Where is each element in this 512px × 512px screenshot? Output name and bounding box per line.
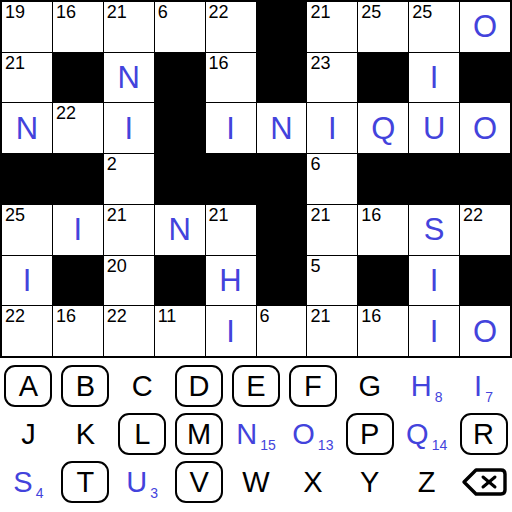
cell-solved-letter: I (430, 265, 439, 296)
cell-solved-letter: I (226, 316, 235, 347)
grid-cell-r2c3[interactable]: N (104, 53, 154, 103)
cell-code-number: 21 (310, 205, 330, 226)
cell-solved-letter: S (424, 214, 445, 245)
key-H[interactable]: H8 (406, 365, 448, 407)
key-Q[interactable]: Q14 (406, 413, 448, 455)
key-letter: C (132, 372, 153, 401)
grid-cell-r7c3[interactable]: 22 (104, 306, 154, 356)
cell-code-number: 22 (463, 205, 483, 226)
black-cell-r2c2 (53, 53, 103, 103)
cell-code-number: 21 (107, 205, 127, 226)
cell-code-number: 22 (107, 306, 127, 327)
black-cell-r4c9 (409, 154, 459, 204)
cell-solved-letter: U (423, 113, 445, 144)
key-M[interactable]: M (175, 413, 223, 455)
backspace-icon (460, 467, 508, 497)
letter-keyboard: ABCDEFGH8I7JKLMN15O13PQ14RS4TU3VWXYZ (0, 358, 512, 512)
key-N[interactable]: N15 (235, 413, 277, 455)
key-Z[interactable]: Z (406, 461, 448, 503)
grid-cell-r5c7[interactable]: 21 (307, 205, 357, 255)
grid-cell-r7c1[interactable]: 22 (2, 306, 52, 356)
cell-solved-letter: Q (371, 113, 395, 144)
grid-cell-r5c4[interactable]: N (155, 205, 205, 255)
black-cell-r6c10 (460, 256, 510, 306)
grid-cell-r7c7[interactable]: 21 (307, 306, 357, 356)
key-K[interactable]: K (64, 413, 106, 455)
key-L[interactable]: L (118, 413, 166, 455)
grid-cell-r7c4[interactable]: 11 (155, 306, 205, 356)
black-cell-r6c2 (53, 256, 103, 306)
cell-solved-letter: I (226, 113, 235, 144)
key-code-subscript: 4 (36, 486, 44, 500)
grid-cell-r5c2[interactable]: I (53, 205, 103, 255)
grid-cell-r1c2[interactable]: 16 (53, 2, 103, 52)
cell-code-number: 22 (209, 2, 229, 23)
cell-solved-letter: N (270, 113, 292, 144)
codeword-app: 191621622212525O21N1623IN22IINIQUO2625I2… (0, 0, 512, 512)
black-cell-r4c4 (155, 154, 205, 204)
grid-cell-r2c7[interactable]: 23 (307, 53, 357, 103)
black-cell-r4c5 (206, 154, 256, 204)
key-D[interactable]: D (175, 365, 223, 407)
key-R[interactable]: R (460, 413, 508, 455)
cell-solved-letter: I (328, 113, 337, 144)
key-letter: I (474, 372, 482, 401)
key-W[interactable]: W (235, 461, 277, 503)
black-cell-r3c4 (155, 103, 205, 153)
key-letter: A (19, 372, 38, 401)
key-letter: B (76, 372, 95, 401)
grid-cell-r2c9[interactable]: I (409, 53, 459, 103)
grid-cell-r6c3[interactable]: 20 (104, 256, 154, 306)
key-letter: U (126, 468, 147, 497)
key-A[interactable]: A (4, 365, 52, 407)
cell-code-number: 16 (56, 306, 76, 327)
key-O[interactable]: O13 (292, 413, 334, 455)
keyboard-row-2: JKLMN15O13PQ14R (0, 410, 512, 458)
grid-cell-r7c9[interactable]: I (409, 306, 459, 356)
cell-code-number: 21 (5, 53, 25, 74)
key-letter: Y (360, 468, 379, 497)
key-letter: X (303, 468, 322, 497)
grid-cell-r1c3[interactable]: 21 (104, 2, 154, 52)
key-X[interactable]: X (292, 461, 334, 503)
cell-code-number: 5 (310, 256, 320, 277)
cell-code-number: 21 (107, 2, 127, 23)
cell-solved-letter: H (219, 265, 241, 296)
cell-code-number: 6 (158, 2, 168, 23)
grid-cell-r1c9[interactable]: 25 (409, 2, 459, 52)
cell-solved-letter: O (473, 316, 497, 347)
key-code-subscript: 7 (485, 390, 493, 404)
grid-cell-r7c5[interactable]: I (206, 306, 256, 356)
key-E[interactable]: E (232, 365, 280, 407)
key-F[interactable]: F (289, 365, 337, 407)
grid-cell-r1c7[interactable]: 21 (307, 2, 357, 52)
key-letter: R (473, 420, 494, 449)
key-letter: P (360, 420, 379, 449)
key-Y[interactable]: Y (349, 461, 391, 503)
grid-cell-r5c3[interactable]: 21 (104, 205, 154, 255)
black-cell-r4c8 (358, 154, 408, 204)
cell-code-number: 21 (209, 205, 229, 226)
key-code-subscript: 8 (435, 390, 443, 404)
cell-code-number: 25 (361, 2, 381, 23)
grid-cell-r5c10[interactable]: 22 (460, 205, 510, 255)
grid-cell-r1c5[interactable]: 22 (206, 2, 256, 52)
grid-cell-r3c9[interactable]: U (409, 103, 459, 153)
grid-cell-r3c3[interactable]: I (104, 103, 154, 153)
puzzle-grid: 191621622212525O21N1623IN22IINIQUO2625I2… (0, 0, 512, 358)
key-code-subscript: 14 (432, 438, 448, 452)
grid-cell-r5c5[interactable]: 21 (206, 205, 256, 255)
grid-cell-r5c9[interactable]: S (409, 205, 459, 255)
grid-cell-r1c1[interactable]: 19 (2, 2, 52, 52)
key-code-subscript: 3 (150, 486, 158, 500)
grid-cell-r3c7[interactable]: I (307, 103, 357, 153)
grid-cell-r4c3[interactable]: 2 (104, 154, 154, 204)
key-letter: J (21, 420, 36, 449)
grid-cell-r5c1[interactable]: 25 (2, 205, 52, 255)
grid-cell-r7c2[interactable]: 16 (53, 306, 103, 356)
cell-code-number: 16 (209, 53, 229, 74)
cell-code-number: 25 (5, 205, 25, 226)
key-P[interactable]: P (346, 413, 394, 455)
key-I[interactable]: I7 (463, 365, 505, 407)
grid-cell-r3c5[interactable]: I (206, 103, 256, 153)
key-code-subscript: 13 (318, 438, 334, 452)
black-cell-r2c6 (257, 53, 307, 103)
black-cell-r2c8 (358, 53, 408, 103)
key-letter: L (134, 420, 150, 449)
keyboard-row-3: S4TU3VWXYZ (0, 458, 512, 506)
key-letter: Z (418, 468, 436, 497)
black-cell-r2c10 (460, 53, 510, 103)
grid-cell-r6c5[interactable]: H (206, 256, 256, 306)
grid-cell-r3c1[interactable]: N (2, 103, 52, 153)
cell-code-number: 16 (56, 2, 76, 23)
grid-cell-r4c7[interactable]: 6 (307, 154, 357, 204)
grid-cell-r1c4[interactable]: 6 (155, 2, 205, 52)
grid-cell-r1c10[interactable]: O (460, 2, 510, 52)
grid-cell-r3c8[interactable]: Q (358, 103, 408, 153)
backspace-key[interactable] (460, 461, 508, 503)
black-cell-r4c6 (257, 154, 307, 204)
grid-cell-r6c9[interactable]: I (409, 256, 459, 306)
black-cell-r4c2 (53, 154, 103, 204)
key-J[interactable]: J (7, 413, 49, 455)
black-cell-r6c6 (257, 256, 307, 306)
key-letter: G (358, 372, 381, 401)
grid-cell-r7c8[interactable]: 16 (358, 306, 408, 356)
keyboard-row-1: ABCDEFGH8I7 (0, 362, 512, 410)
cell-solved-letter: I (23, 265, 32, 296)
key-letter: N (236, 420, 257, 449)
cell-solved-letter: N (168, 214, 190, 245)
cell-code-number: 16 (361, 306, 381, 327)
grid-cell-r6c1[interactable]: I (2, 256, 52, 306)
cell-code-number: 22 (56, 103, 76, 124)
key-letter: M (187, 420, 211, 449)
key-S[interactable]: S4 (7, 461, 49, 503)
cell-code-number: 19 (5, 2, 25, 23)
black-cell-r4c10 (460, 154, 510, 204)
black-cell-r1c6 (257, 2, 307, 52)
key-G[interactable]: G (349, 365, 391, 407)
cell-code-number: 2 (107, 154, 117, 175)
cell-code-number: 25 (412, 2, 432, 23)
black-cell-r6c8 (358, 256, 408, 306)
grid-cell-r3c6[interactable]: N (257, 103, 307, 153)
cell-solved-letter: O (473, 113, 497, 144)
cell-solved-letter: N (118, 62, 140, 93)
grid-cell-r6c7[interactable]: 5 (307, 256, 357, 306)
cell-code-number: 11 (158, 306, 177, 327)
key-code-subscript: 15 (260, 438, 276, 452)
black-cell-r5c6 (257, 205, 307, 255)
cell-code-number: 21 (310, 2, 330, 23)
cell-code-number: 16 (361, 205, 381, 226)
cell-solved-letter: O (473, 11, 497, 42)
key-V[interactable]: V (175, 461, 223, 503)
cell-solved-letter: I (430, 316, 439, 347)
cell-code-number: 6 (310, 154, 320, 175)
key-U[interactable]: U3 (121, 461, 163, 503)
cell-solved-letter: I (74, 214, 83, 245)
grid-cell-r7c10[interactable]: O (460, 306, 510, 356)
key-letter: T (76, 468, 94, 497)
key-letter: H (411, 372, 432, 401)
grid-cell-r5c8[interactable]: 16 (358, 205, 408, 255)
key-letter: K (76, 420, 95, 449)
grid-cell-r2c1[interactable]: 21 (2, 53, 52, 103)
grid-cell-r3c10[interactable]: O (460, 103, 510, 153)
key-letter: E (246, 372, 265, 401)
cell-solved-letter: N (16, 113, 38, 144)
key-letter: V (189, 468, 208, 497)
cell-code-number: 22 (5, 306, 25, 327)
key-T[interactable]: T (61, 461, 109, 503)
cell-solved-letter: I (124, 113, 133, 144)
key-letter: D (189, 372, 210, 401)
black-cell-r6c4 (155, 256, 205, 306)
cell-code-number: 21 (310, 306, 330, 327)
key-B[interactable]: B (61, 365, 109, 407)
key-letter: Q (406, 420, 429, 449)
cell-code-number: 23 (310, 53, 330, 74)
cell-solved-letter: I (430, 62, 439, 93)
cell-code-number: 20 (107, 256, 127, 277)
black-cell-r2c4 (155, 53, 205, 103)
key-letter: S (13, 468, 32, 497)
key-letter: W (242, 468, 269, 497)
key-C[interactable]: C (121, 365, 163, 407)
grid-cell-r3c2[interactable]: 22 (53, 103, 103, 153)
grid-cell-r2c5[interactable]: 16 (206, 53, 256, 103)
key-letter: F (304, 372, 322, 401)
grid-cell-r1c8[interactable]: 25 (358, 2, 408, 52)
key-letter: O (292, 420, 315, 449)
cell-code-number: 6 (260, 306, 270, 327)
grid-cell-r7c6[interactable]: 6 (257, 306, 307, 356)
black-cell-r4c1 (2, 154, 52, 204)
